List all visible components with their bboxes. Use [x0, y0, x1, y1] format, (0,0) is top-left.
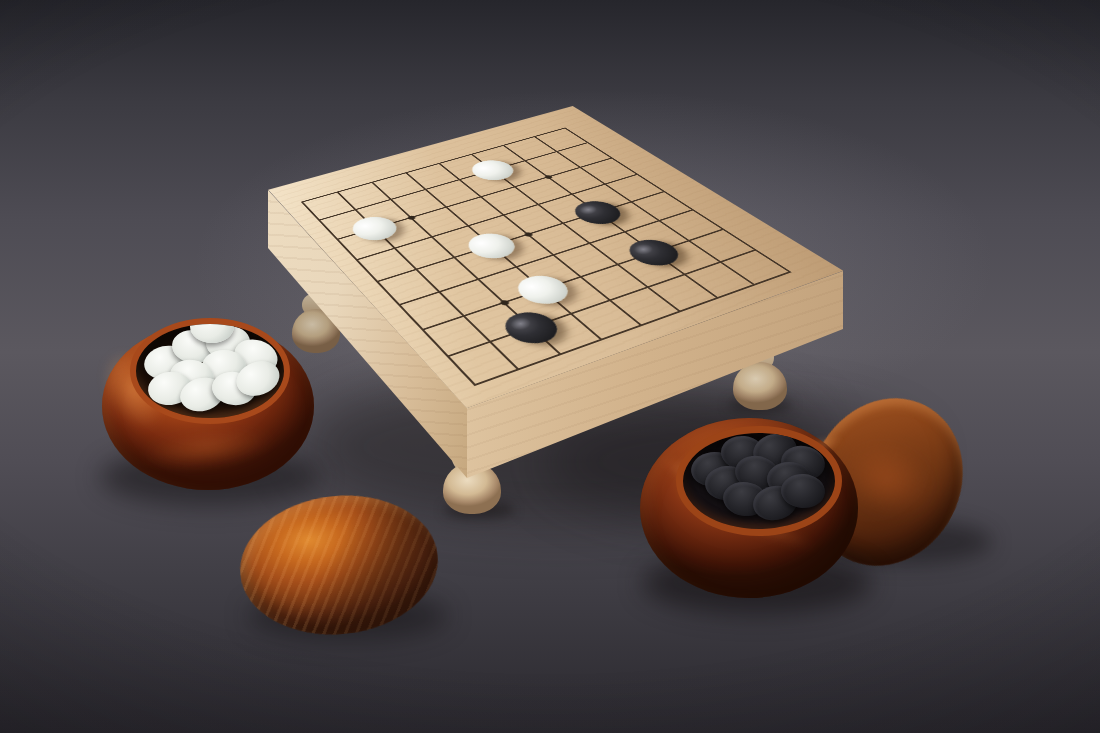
bowl-highlight — [140, 422, 273, 474]
black-bowl-opening — [676, 426, 842, 536]
star-point — [543, 175, 553, 180]
go-scene — [0, 0, 1100, 733]
white-stone[interactable] — [460, 229, 524, 263]
stone-highlight — [506, 315, 535, 333]
star-point — [522, 232, 533, 237]
stone-highlight — [576, 203, 601, 216]
black-stone[interactable] — [620, 235, 689, 270]
white-stone[interactable] — [509, 271, 578, 309]
white-stone[interactable] — [345, 213, 404, 245]
white-stone-bowl[interactable] — [102, 322, 314, 490]
black-stone[interactable] — [495, 307, 567, 349]
white-bowl-opening — [130, 318, 290, 424]
black-stone[interactable] — [566, 197, 630, 228]
star-point — [498, 299, 510, 306]
star-point — [406, 215, 416, 220]
black-stone-bowl[interactable] — [640, 418, 858, 598]
white-stone[interactable] — [464, 157, 521, 184]
stone-highlight — [630, 242, 657, 257]
